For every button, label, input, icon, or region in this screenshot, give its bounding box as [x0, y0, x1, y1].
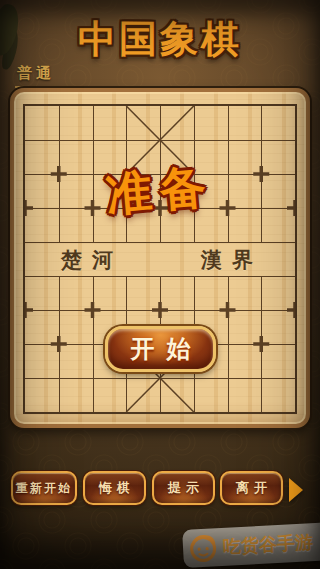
mascot-face-icon — [186, 531, 220, 565]
app-title: 中国象棋 — [0, 14, 320, 65]
mode-tab-normal[interactable]: 普通 — [15, 64, 61, 88]
river-label-left: 楚河 — [61, 246, 123, 274]
more-buttons-arrow-icon[interactable] — [289, 478, 303, 502]
watermark-text: 吃货谷手游 — [222, 530, 313, 559]
game-screen: 中国象棋 普通 楚河 漢界 准备 开始 重新开始 悔棋 提示 离开 吃货谷手游 — [0, 0, 320, 569]
start-button[interactable]: 开始 — [105, 326, 216, 372]
hint-button[interactable]: 提示 — [152, 471, 215, 505]
watermark-badge: 吃货谷手游 — [182, 522, 320, 568]
undo-move-button[interactable]: 悔棋 — [83, 471, 146, 505]
restart-button[interactable]: 重新开始 — [11, 471, 77, 505]
xiangqi-board: 楚河 漢界 — [10, 88, 310, 428]
leave-button[interactable]: 离开 — [220, 471, 283, 505]
river-label-right: 漢界 — [201, 246, 263, 274]
